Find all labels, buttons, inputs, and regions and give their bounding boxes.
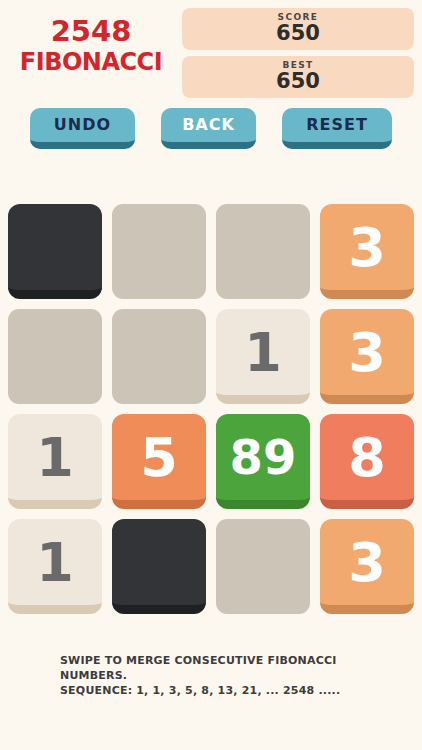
instructions-line1: SWIPE TO MERGE CONSECUTIVE FIBONACCI NUM… [60, 654, 362, 684]
cell-r1c3: 3 [320, 309, 414, 404]
tile-value: 3 [348, 531, 386, 594]
scoreboard: SCORE 650 BEST 650 [182, 8, 414, 98]
instructions: SWIPE TO MERGE CONSECUTIVE FIBONACCI NUM… [60, 654, 362, 699]
cell-r3c0: 1 [8, 519, 102, 614]
tile-value: 3 [348, 321, 386, 384]
tile-value: 89 [230, 429, 297, 485]
cell-r0c2 [216, 204, 310, 299]
undo-button[interactable]: UNDO [30, 108, 135, 149]
tile-value: 8 [348, 426, 386, 489]
tile-value: 1 [36, 531, 74, 594]
best-box: BEST 650 [182, 56, 414, 98]
cell-r3c2 [216, 519, 310, 614]
header: 2548 FIBONACCI SCORE 650 BEST 650 [0, 0, 422, 98]
toolbar: UNDO BACK RESET [0, 108, 422, 149]
cell-r0c0 [8, 204, 102, 299]
cell-r2c1: 5 [112, 414, 206, 509]
best-value: 650 [276, 70, 320, 93]
cell-r2c2: 89 [216, 414, 310, 509]
score-value: 650 [276, 22, 320, 45]
instructions-line2: SEQUENCE: 1, 1, 3, 5, 8, 13, 21, ... 254… [60, 684, 362, 699]
cell-r1c0 [8, 309, 102, 404]
cell-r2c0: 1 [8, 414, 102, 509]
score-box: SCORE 650 [182, 8, 414, 50]
cell-r1c1 [112, 309, 206, 404]
cell-r0c1 [112, 204, 206, 299]
tile-value: 3 [348, 216, 386, 279]
back-button[interactable]: BACK [161, 108, 256, 149]
app-title: 2548 FIBONACCI [0, 8, 182, 98]
cell-r3c3: 3 [320, 519, 414, 614]
app-title-word: FIBONACCI [0, 48, 182, 77]
cell-r2c3: 8 [320, 414, 414, 509]
tile-value: 1 [36, 426, 74, 489]
app-title-number: 2548 [0, 16, 182, 48]
cell-r3c1 [112, 519, 206, 614]
reset-button[interactable]: RESET [282, 108, 392, 149]
cell-r0c3: 3 [320, 204, 414, 299]
cell-r1c2: 1 [216, 309, 310, 404]
tile-value: 1 [244, 321, 282, 384]
tile-value: 5 [140, 426, 178, 489]
game-board[interactable]: 3 1 3 1 5 89 8 1 3 [8, 204, 414, 614]
